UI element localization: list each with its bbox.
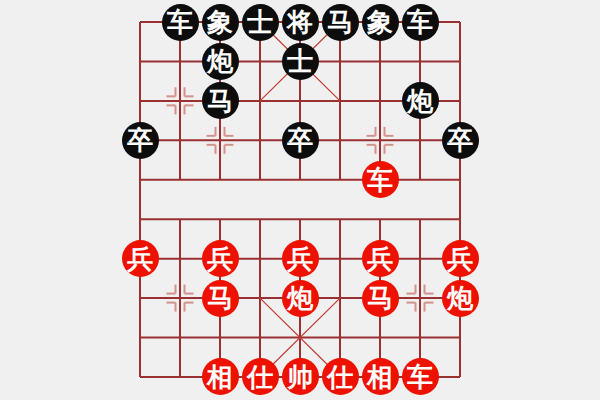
red-soldier-disc: 兵 — [362, 240, 399, 277]
black-general[interactable]: 将 — [280, 2, 320, 41]
black-cannon[interactable]: 炮 — [400, 81, 440, 120]
red-cannon[interactable]: 炮 — [280, 278, 320, 317]
red-horse[interactable]: 马 — [200, 278, 240, 317]
red-advisor-disc: 仕 — [322, 358, 359, 395]
red-soldier-disc: 兵 — [202, 240, 239, 277]
red-chariot-disc: 车 — [362, 161, 399, 198]
black-elephant[interactable]: 象 — [200, 2, 240, 41]
red-advisor-disc: 仕 — [242, 358, 279, 395]
red-elephant[interactable]: 相 — [360, 357, 400, 396]
red-soldier[interactable]: 兵 — [120, 239, 160, 278]
red-soldier[interactable]: 兵 — [360, 239, 400, 278]
black-advisor-disc: 士 — [242, 4, 279, 41]
red-cannon-disc: 炮 — [442, 280, 479, 317]
red-soldier[interactable]: 兵 — [440, 239, 480, 278]
black-soldier[interactable]: 卒 — [280, 121, 320, 160]
black-chariot[interactable]: 车 — [160, 2, 200, 41]
red-elephant-disc: 相 — [362, 358, 399, 395]
black-general-disc: 将 — [282, 4, 319, 41]
red-horse-disc: 马 — [202, 280, 239, 317]
red-elephant[interactable]: 相 — [200, 357, 240, 396]
red-general-disc: 帅 — [282, 358, 319, 395]
black-cannon-disc: 炮 — [402, 82, 439, 119]
black-chariot-disc: 车 — [402, 4, 439, 41]
xiangqi-board-screenshot: 车象士将马象车炮士马炮卒卒卒车兵兵兵兵兵马炮马炮相仕帅仕相车 — [0, 0, 600, 400]
red-horse[interactable]: 马 — [360, 278, 400, 317]
black-soldier-disc: 卒 — [442, 122, 479, 159]
red-soldier-disc: 兵 — [442, 240, 479, 277]
red-advisor[interactable]: 仕 — [240, 357, 280, 396]
black-horse[interactable]: 马 — [320, 2, 360, 41]
black-cannon[interactable]: 炮 — [200, 42, 240, 81]
black-horse-disc: 马 — [202, 82, 239, 119]
xiangqi-board: 车象士将马象车炮士马炮卒卒卒车兵兵兵兵兵马炮马炮相仕帅仕相车 — [120, 2, 480, 396]
black-horse-disc: 马 — [322, 4, 359, 41]
black-soldier[interactable]: 卒 — [440, 121, 480, 160]
black-elephant-disc: 象 — [202, 4, 239, 41]
black-soldier-disc: 卒 — [282, 122, 319, 159]
black-advisor[interactable]: 士 — [240, 2, 280, 41]
red-cannon-disc: 炮 — [282, 280, 319, 317]
red-cannon[interactable]: 炮 — [440, 278, 480, 317]
black-advisor-disc: 士 — [282, 43, 319, 80]
red-general[interactable]: 帅 — [280, 357, 320, 396]
red-horse-disc: 马 — [362, 280, 399, 317]
black-chariot[interactable]: 车 — [400, 2, 440, 41]
red-soldier-disc: 兵 — [122, 240, 159, 277]
red-chariot-disc: 车 — [402, 358, 439, 395]
black-advisor[interactable]: 士 — [280, 42, 320, 81]
black-chariot-disc: 车 — [162, 4, 199, 41]
red-soldier[interactable]: 兵 — [200, 239, 240, 278]
black-elephant-disc: 象 — [362, 4, 399, 41]
red-chariot[interactable]: 车 — [400, 357, 440, 396]
red-advisor[interactable]: 仕 — [320, 357, 360, 396]
red-soldier-disc: 兵 — [282, 240, 319, 277]
black-soldier[interactable]: 卒 — [120, 121, 160, 160]
red-elephant-disc: 相 — [202, 358, 239, 395]
black-soldier-disc: 卒 — [122, 122, 159, 159]
black-elephant[interactable]: 象 — [360, 2, 400, 41]
red-chariot[interactable]: 车 — [360, 160, 400, 199]
red-soldier[interactable]: 兵 — [280, 239, 320, 278]
black-cannon-disc: 炮 — [202, 43, 239, 80]
black-horse[interactable]: 马 — [200, 81, 240, 120]
